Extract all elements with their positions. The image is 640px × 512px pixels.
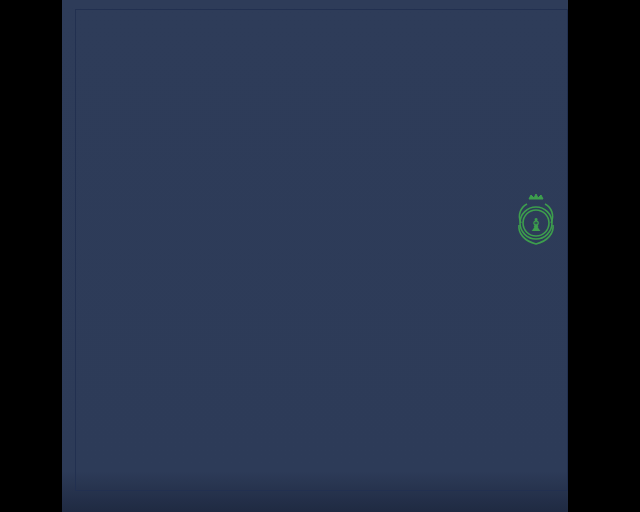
chess-board bbox=[76, 10, 567, 490]
